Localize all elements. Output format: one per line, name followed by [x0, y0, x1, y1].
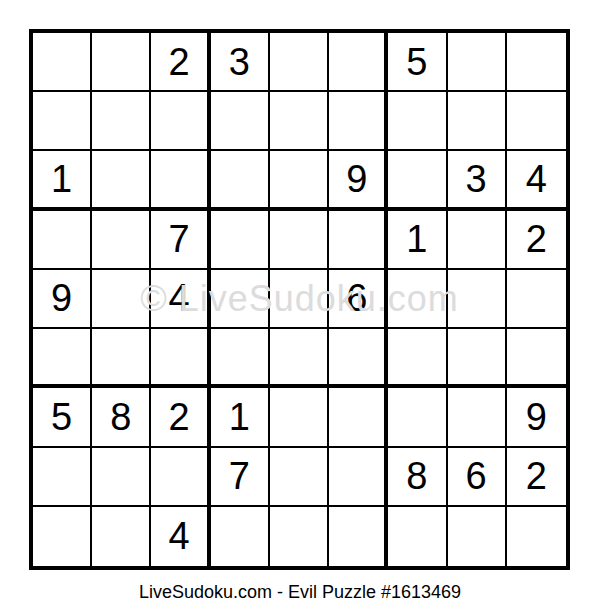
cell-r3c5[interactable]	[270, 151, 329, 210]
cell-r9c6[interactable]	[329, 507, 388, 566]
cell-r8c9: 2	[507, 448, 566, 507]
cell-r4c8[interactable]	[448, 211, 507, 270]
cell-r7c6[interactable]	[329, 388, 388, 447]
cell-r9c4[interactable]	[211, 507, 270, 566]
cell-r9c7[interactable]	[388, 507, 447, 566]
cell-r8c2[interactable]	[92, 448, 151, 507]
cell-r8c6[interactable]	[329, 448, 388, 507]
cell-r2c5[interactable]	[270, 92, 329, 151]
cell-r4c7: 1	[388, 211, 447, 270]
cell-r7c9: 9	[507, 388, 566, 447]
cell-r4c6[interactable]	[329, 211, 388, 270]
cell-r5c8[interactable]	[448, 270, 507, 329]
cell-r4c5[interactable]	[270, 211, 329, 270]
cell-r1c4: 3	[211, 33, 270, 92]
cell-r1c6[interactable]	[329, 33, 388, 92]
cell-r9c2[interactable]	[92, 507, 151, 566]
sudoku-page: 23519347129465821978624 © LiveSudoku.com…	[0, 0, 600, 615]
cell-r3c7[interactable]	[388, 151, 447, 210]
cell-r2c1[interactable]	[33, 92, 92, 151]
cell-r1c5[interactable]	[270, 33, 329, 92]
cell-r9c9	[507, 507, 566, 566]
cell-r6c9[interactable]	[507, 329, 566, 388]
cell-r5c5[interactable]	[270, 270, 329, 329]
cell-r6c2[interactable]	[92, 329, 151, 388]
cell-r8c5[interactable]	[270, 448, 329, 507]
cell-r2c2[interactable]	[92, 92, 151, 151]
cell-r3c4[interactable]	[211, 151, 270, 210]
cell-r7c3: 2	[151, 388, 210, 447]
cell-r5c9[interactable]	[507, 270, 566, 329]
cell-r2c3[interactable]	[151, 92, 210, 151]
cell-r8c4: 7	[211, 448, 270, 507]
sudoku-board: 23519347129465821978624	[29, 29, 570, 570]
cell-r1c2[interactable]	[92, 33, 151, 92]
cell-r3c8: 3	[448, 151, 507, 210]
cell-r7c7[interactable]	[388, 388, 447, 447]
cell-r1c3: 2	[151, 33, 210, 92]
cell-r1c9[interactable]	[507, 33, 566, 92]
cell-r5c3: 4	[151, 270, 210, 329]
cell-r1c8[interactable]	[448, 33, 507, 92]
cell-r6c3[interactable]	[151, 329, 210, 388]
cell-r6c7[interactable]	[388, 329, 447, 388]
cell-r8c1[interactable]	[33, 448, 92, 507]
cell-r5c4[interactable]	[211, 270, 270, 329]
cell-r7c2: 8	[92, 388, 151, 447]
cell-r1c1[interactable]	[33, 33, 92, 92]
cell-r5c7[interactable]	[388, 270, 447, 329]
cell-r3c1: 1	[33, 151, 92, 210]
cell-r7c1: 5	[33, 388, 92, 447]
cell-r4c2[interactable]	[92, 211, 151, 270]
cell-r1c7: 5	[388, 33, 447, 92]
cell-r9c5[interactable]	[270, 507, 329, 566]
cell-r4c1[interactable]	[33, 211, 92, 270]
cell-r6c6[interactable]	[329, 329, 388, 388]
cell-r9c8	[448, 507, 507, 566]
cell-r9c1[interactable]	[33, 507, 92, 566]
cell-r5c2[interactable]	[92, 270, 151, 329]
cell-r3c2[interactable]	[92, 151, 151, 210]
cell-r2c4[interactable]	[211, 92, 270, 151]
cell-r7c4: 1	[211, 388, 270, 447]
cell-r6c5[interactable]	[270, 329, 329, 388]
cell-r3c3[interactable]	[151, 151, 210, 210]
cell-r6c4[interactable]	[211, 329, 270, 388]
cell-r3c6: 9	[329, 151, 388, 210]
cell-r8c8: 6	[448, 448, 507, 507]
cell-r2c6[interactable]	[329, 92, 388, 151]
cell-r2c7[interactable]	[388, 92, 447, 151]
cell-r6c1[interactable]	[33, 329, 92, 388]
cell-r8c3[interactable]	[151, 448, 210, 507]
cell-r8c7: 8	[388, 448, 447, 507]
cell-r5c6: 6	[329, 270, 388, 329]
cell-r5c1: 9	[33, 270, 92, 329]
cell-r2c9[interactable]	[507, 92, 566, 151]
cell-r2c8[interactable]	[448, 92, 507, 151]
cell-r7c8[interactable]	[448, 388, 507, 447]
cell-r4c3: 7	[151, 211, 210, 270]
cell-r3c9: 4	[507, 151, 566, 210]
cell-r4c4[interactable]	[211, 211, 270, 270]
cell-r4c9: 2	[507, 211, 566, 270]
cell-r9c3: 4	[151, 507, 210, 566]
puzzle-caption: LiveSudoku.com - Evil Puzzle #1613469	[0, 582, 600, 603]
cell-r6c8[interactable]	[448, 329, 507, 388]
cell-r7c5[interactable]	[270, 388, 329, 447]
